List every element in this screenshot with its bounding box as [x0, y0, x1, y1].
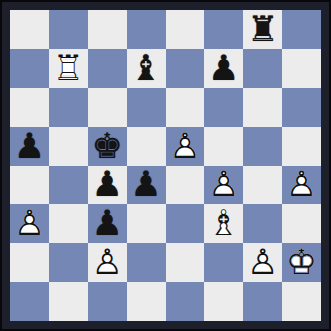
square-b8[interactable]: [49, 10, 88, 49]
chess-board: ♜♜♖♝♟♟♚♟♙♟♟♟♙♟♙♟♙♟♝♗♟♙♟♙♚♔: [10, 10, 321, 321]
white-pawn-a3[interactable]: ♙: [10, 204, 49, 243]
square-e5[interactable]: ♟♙: [166, 127, 205, 166]
square-d3[interactable]: [127, 204, 166, 243]
square-d7[interactable]: ♝: [127, 49, 166, 88]
square-b6[interactable]: [49, 88, 88, 127]
white-pawn-c2[interactable]: ♙: [88, 243, 127, 282]
square-h2[interactable]: ♚♔: [282, 243, 321, 282]
black-pawn-d4[interactable]: ♟: [127, 166, 166, 205]
square-c7[interactable]: [88, 49, 127, 88]
square-f5[interactable]: [204, 127, 243, 166]
square-b2[interactable]: [49, 243, 88, 282]
square-c1[interactable]: [88, 282, 127, 321]
square-h7[interactable]: [282, 49, 321, 88]
square-b3[interactable]: [49, 204, 88, 243]
square-g1[interactable]: [243, 282, 282, 321]
square-b1[interactable]: [49, 282, 88, 321]
black-king-c5[interactable]: ♚: [88, 127, 127, 166]
square-h1[interactable]: [282, 282, 321, 321]
square-c2[interactable]: ♟♙: [88, 243, 127, 282]
square-e4[interactable]: [166, 166, 205, 205]
square-d2[interactable]: [127, 243, 166, 282]
square-a1[interactable]: [10, 282, 49, 321]
square-f8[interactable]: [204, 10, 243, 49]
square-c6[interactable]: [88, 88, 127, 127]
square-d8[interactable]: [127, 10, 166, 49]
square-a4[interactable]: [10, 166, 49, 205]
square-h3[interactable]: [282, 204, 321, 243]
square-e8[interactable]: [166, 10, 205, 49]
square-a6[interactable]: [10, 88, 49, 127]
square-d1[interactable]: [127, 282, 166, 321]
square-d4[interactable]: ♟: [127, 166, 166, 205]
square-d5[interactable]: [127, 127, 166, 166]
square-f1[interactable]: [204, 282, 243, 321]
square-a3[interactable]: ♟♙: [10, 204, 49, 243]
square-g6[interactable]: [243, 88, 282, 127]
square-c5[interactable]: ♚: [88, 127, 127, 166]
white-bishop-f3[interactable]: ♗: [204, 204, 243, 243]
square-f2[interactable]: [204, 243, 243, 282]
square-e2[interactable]: [166, 243, 205, 282]
square-c4[interactable]: ♟: [88, 166, 127, 205]
square-g7[interactable]: [243, 49, 282, 88]
square-f7[interactable]: ♟: [204, 49, 243, 88]
square-e3[interactable]: [166, 204, 205, 243]
white-pawn-g2[interactable]: ♙: [243, 243, 282, 282]
square-a2[interactable]: [10, 243, 49, 282]
square-f3[interactable]: ♝♗: [204, 204, 243, 243]
square-h8[interactable]: [282, 10, 321, 49]
square-e7[interactable]: [166, 49, 205, 88]
white-rook-b7[interactable]: ♖: [49, 49, 88, 88]
square-f6[interactable]: [204, 88, 243, 127]
square-b5[interactable]: [49, 127, 88, 166]
square-h4[interactable]: ♟♙: [282, 166, 321, 205]
square-e6[interactable]: [166, 88, 205, 127]
square-d6[interactable]: [127, 88, 166, 127]
square-a8[interactable]: [10, 10, 49, 49]
black-pawn-a5[interactable]: ♟: [10, 127, 49, 166]
black-pawn-f7[interactable]: ♟: [204, 49, 243, 88]
square-h6[interactable]: [282, 88, 321, 127]
square-g4[interactable]: [243, 166, 282, 205]
square-h5[interactable]: [282, 127, 321, 166]
square-e1[interactable]: [166, 282, 205, 321]
black-rook-g8[interactable]: ♜: [243, 10, 282, 49]
square-b4[interactable]: [49, 166, 88, 205]
black-pawn-c4[interactable]: ♟: [88, 166, 127, 205]
square-g8[interactable]: ♜: [243, 10, 282, 49]
white-pawn-h4[interactable]: ♙: [282, 166, 321, 205]
square-a7[interactable]: [10, 49, 49, 88]
board-frame: ♜♜♖♝♟♟♚♟♙♟♟♟♙♟♙♟♙♟♝♗♟♙♟♙♚♔: [0, 0, 331, 331]
square-b7[interactable]: ♜♖: [49, 49, 88, 88]
square-g5[interactable]: [243, 127, 282, 166]
square-a5[interactable]: ♟: [10, 127, 49, 166]
square-g3[interactable]: [243, 204, 282, 243]
white-pawn-f4[interactable]: ♙: [204, 166, 243, 205]
black-pawn-c3[interactable]: ♟: [88, 204, 127, 243]
square-g2[interactable]: ♟♙: [243, 243, 282, 282]
black-bishop-d7[interactable]: ♝: [127, 49, 166, 88]
white-king-h2[interactable]: ♔: [282, 243, 321, 282]
square-c3[interactable]: ♟: [88, 204, 127, 243]
square-c8[interactable]: [88, 10, 127, 49]
white-pawn-e5[interactable]: ♙: [166, 127, 205, 166]
square-f4[interactable]: ♟♙: [204, 166, 243, 205]
